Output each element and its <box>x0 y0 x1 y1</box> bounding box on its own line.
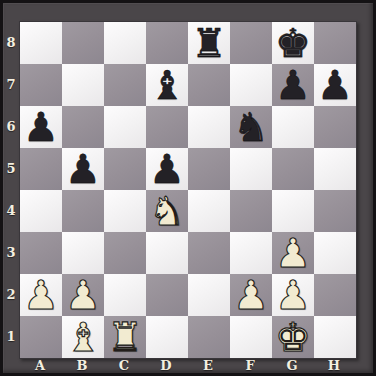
square-d2[interactable] <box>146 274 188 316</box>
square-c6[interactable] <box>104 106 146 148</box>
square-e6[interactable] <box>188 106 230 148</box>
piece-white-king[interactable]: ♚ <box>275 316 311 358</box>
square-h3[interactable] <box>314 232 356 274</box>
piece-black-king[interactable]: ♚ <box>275 22 311 64</box>
square-e8[interactable]: ♜ <box>188 22 230 64</box>
file-label-f: F <box>229 358 271 373</box>
square-f5[interactable] <box>230 148 272 190</box>
square-f1[interactable] <box>230 316 272 358</box>
square-h5[interactable] <box>314 148 356 190</box>
square-c4[interactable] <box>104 190 146 232</box>
square-c8[interactable] <box>104 22 146 64</box>
square-a4[interactable] <box>20 190 62 232</box>
square-f6[interactable]: ♞ <box>230 106 272 148</box>
square-a2[interactable]: ♟ <box>20 274 62 316</box>
square-d6[interactable] <box>146 106 188 148</box>
square-f4[interactable] <box>230 190 272 232</box>
file-label-c: C <box>103 358 145 373</box>
square-d4[interactable]: ♞ <box>146 190 188 232</box>
square-a5[interactable] <box>20 148 62 190</box>
square-b5[interactable]: ♟ <box>62 148 104 190</box>
piece-black-pawn[interactable]: ♟ <box>149 148 185 190</box>
square-c2[interactable] <box>104 274 146 316</box>
square-g3[interactable]: ♟ <box>272 232 314 274</box>
piece-black-knight[interactable]: ♞ <box>233 106 269 148</box>
square-b3[interactable] <box>62 232 104 274</box>
square-h4[interactable] <box>314 190 356 232</box>
piece-black-pawn[interactable]: ♟ <box>317 64 353 106</box>
piece-white-rook[interactable]: ♜ <box>107 316 143 358</box>
square-d3[interactable] <box>146 232 188 274</box>
piece-black-pawn[interactable]: ♟ <box>275 64 311 106</box>
square-e7[interactable] <box>188 64 230 106</box>
piece-white-pawn[interactable]: ♟ <box>23 274 59 316</box>
square-f8[interactable] <box>230 22 272 64</box>
square-e5[interactable] <box>188 148 230 190</box>
piece-white-pawn[interactable]: ♟ <box>65 274 101 316</box>
square-f3[interactable] <box>230 232 272 274</box>
square-a1[interactable] <box>20 316 62 358</box>
rank-label-8: 8 <box>3 21 19 63</box>
piece-white-knight[interactable]: ♞ <box>149 190 185 232</box>
square-a7[interactable] <box>20 64 62 106</box>
piece-black-bishop[interactable]: ♝ <box>149 64 185 106</box>
square-g2[interactable]: ♟ <box>272 274 314 316</box>
square-d7[interactable]: ♝ <box>146 64 188 106</box>
square-e2[interactable] <box>188 274 230 316</box>
piece-black-rook[interactable]: ♜ <box>191 22 227 64</box>
piece-black-pawn[interactable]: ♟ <box>23 106 59 148</box>
chess-diagram-frame: 87654321 ♜♚♝♟♟♟♞♟♟♞♟♟♟♟♟♝♜♚ ABCDEFGH <box>0 0 376 376</box>
rank-label-4: 4 <box>3 189 19 231</box>
piece-white-pawn[interactable]: ♟ <box>275 274 311 316</box>
piece-black-pawn[interactable]: ♟ <box>65 148 101 190</box>
file-label-e: E <box>187 358 229 373</box>
square-a8[interactable] <box>20 22 62 64</box>
rank-label-7: 7 <box>3 63 19 105</box>
square-h7[interactable]: ♟ <box>314 64 356 106</box>
rank-label-3: 3 <box>3 231 19 273</box>
square-d8[interactable] <box>146 22 188 64</box>
square-a6[interactable]: ♟ <box>20 106 62 148</box>
square-e4[interactable] <box>188 190 230 232</box>
piece-white-pawn[interactable]: ♟ <box>275 232 311 274</box>
square-b8[interactable] <box>62 22 104 64</box>
square-b2[interactable]: ♟ <box>62 274 104 316</box>
square-b4[interactable] <box>62 190 104 232</box>
square-c5[interactable] <box>104 148 146 190</box>
file-label-d: D <box>145 358 187 373</box>
file-labels: ABCDEFGH <box>19 358 357 373</box>
rank-label-5: 5 <box>3 147 19 189</box>
square-a3[interactable] <box>20 232 62 274</box>
square-d5[interactable]: ♟ <box>146 148 188 190</box>
piece-white-bishop[interactable]: ♝ <box>65 316 101 358</box>
rank-label-1: 1 <box>3 315 19 357</box>
square-b6[interactable] <box>62 106 104 148</box>
file-label-h: H <box>313 358 355 373</box>
square-h6[interactable] <box>314 106 356 148</box>
square-f7[interactable] <box>230 64 272 106</box>
square-d1[interactable] <box>146 316 188 358</box>
square-g8[interactable]: ♚ <box>272 22 314 64</box>
square-g7[interactable]: ♟ <box>272 64 314 106</box>
square-g1[interactable]: ♚ <box>272 316 314 358</box>
rank-labels: 87654321 <box>3 21 19 357</box>
file-label-b: B <box>61 358 103 373</box>
square-g5[interactable] <box>272 148 314 190</box>
square-c7[interactable] <box>104 64 146 106</box>
chess-board: ♜♚♝♟♟♟♞♟♟♞♟♟♟♟♟♝♜♚ <box>19 21 357 359</box>
square-g4[interactable] <box>272 190 314 232</box>
square-b1[interactable]: ♝ <box>62 316 104 358</box>
file-label-a: A <box>19 358 61 373</box>
square-f2[interactable]: ♟ <box>230 274 272 316</box>
square-h8[interactable] <box>314 22 356 64</box>
square-c1[interactable]: ♜ <box>104 316 146 358</box>
square-h1[interactable] <box>314 316 356 358</box>
rank-label-6: 6 <box>3 105 19 147</box>
square-h2[interactable] <box>314 274 356 316</box>
square-g6[interactable] <box>272 106 314 148</box>
file-label-g: G <box>271 358 313 373</box>
piece-white-pawn[interactable]: ♟ <box>233 274 269 316</box>
square-e1[interactable] <box>188 316 230 358</box>
square-c3[interactable] <box>104 232 146 274</box>
rank-label-2: 2 <box>3 273 19 315</box>
square-e3[interactable] <box>188 232 230 274</box>
square-b7[interactable] <box>62 64 104 106</box>
